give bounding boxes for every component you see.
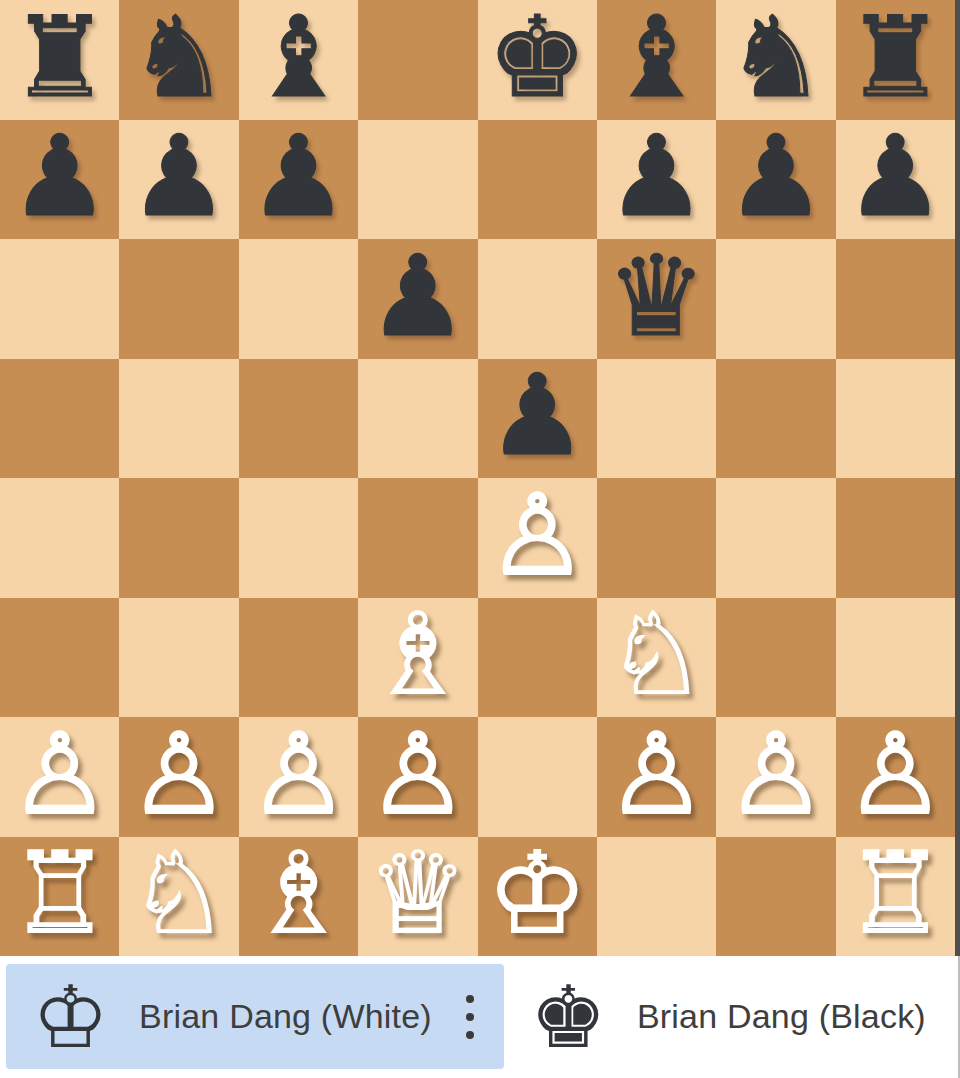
square-b3[interactable] [119, 598, 238, 718]
square-a2[interactable]: ♙ [0, 717, 119, 837]
square-c2[interactable]: ♙ [239, 717, 358, 837]
square-h6[interactable] [836, 239, 955, 359]
piece-white-bishop[interactable]: ♗ [248, 837, 348, 949]
square-b7[interactable]: ♟ [119, 120, 238, 240]
square-g1[interactable] [716, 837, 835, 957]
player-white-menu-button[interactable] [462, 989, 478, 1045]
chess-board: ♜♞♝♚♝♞♜♟♟♟♟♟♟♟♛♟♙♗♘♙♙♙♙♙♙♙♖♘♗♕♔♖ [0, 0, 955, 956]
piece-black-pawn[interactable]: ♟ [487, 359, 587, 471]
square-a8[interactable]: ♜ [0, 0, 119, 120]
square-d4[interactable] [358, 478, 477, 598]
piece-white-pawn[interactable]: ♙ [487, 479, 587, 591]
piece-black-pawn[interactable]: ♟ [845, 120, 945, 232]
piece-black-pawn[interactable]: ♟ [248, 120, 348, 232]
piece-white-king[interactable]: ♔ [487, 837, 587, 949]
square-h4[interactable] [836, 478, 955, 598]
piece-white-queen[interactable]: ♕ [368, 837, 468, 949]
piece-black-bishop[interactable]: ♝ [248, 1, 348, 113]
chess-app: ♜♞♝♚♝♞♜♟♟♟♟♟♟♟♛♟♙♗♘♙♙♙♙♙♙♙♖♘♗♕♔♖ ♔ Brian… [0, 0, 960, 1078]
square-b4[interactable] [119, 478, 238, 598]
player-name-black: Brian Dang (Black) [637, 997, 926, 1036]
square-h8[interactable]: ♜ [836, 0, 955, 120]
square-g4[interactable] [716, 478, 835, 598]
square-e4[interactable]: ♙ [478, 478, 597, 598]
square-c3[interactable] [239, 598, 358, 718]
square-g6[interactable] [716, 239, 835, 359]
player-card-white: ♔ Brian Dang (White) [6, 964, 504, 1069]
piece-white-knight[interactable]: ♘ [606, 598, 706, 710]
square-b5[interactable] [119, 359, 238, 479]
square-a4[interactable] [0, 478, 119, 598]
square-g5[interactable] [716, 359, 835, 479]
square-b2[interactable]: ♙ [119, 717, 238, 837]
piece-white-pawn[interactable]: ♙ [368, 718, 468, 830]
square-f8[interactable]: ♝ [597, 0, 716, 120]
piece-black-queen[interactable]: ♛ [606, 240, 706, 352]
board-area: ♜♞♝♚♝♞♜♟♟♟♟♟♟♟♛♟♙♗♘♙♙♙♙♙♙♙♖♘♗♕♔♖ [0, 0, 960, 956]
square-a6[interactable] [0, 239, 119, 359]
square-f2[interactable]: ♙ [597, 717, 716, 837]
square-b6[interactable] [119, 239, 238, 359]
square-f1[interactable] [597, 837, 716, 957]
piece-black-pawn[interactable]: ♟ [129, 120, 229, 232]
player-black-menu-button[interactable] [956, 989, 960, 1045]
square-f5[interactable] [597, 359, 716, 479]
square-g8[interactable]: ♞ [716, 0, 835, 120]
square-d8[interactable] [358, 0, 477, 120]
piece-black-knight[interactable]: ♞ [726, 1, 826, 113]
player-card-black: ♚ Brian Dang (Black) [504, 964, 960, 1069]
piece-white-pawn[interactable]: ♙ [248, 718, 348, 830]
square-h7[interactable]: ♟ [836, 120, 955, 240]
kebab-menu-icon [466, 1031, 474, 1039]
piece-white-pawn[interactable]: ♙ [9, 718, 109, 830]
square-e2[interactable] [478, 717, 597, 837]
square-d5[interactable] [358, 359, 477, 479]
square-b8[interactable]: ♞ [119, 0, 238, 120]
square-e8[interactable]: ♚ [478, 0, 597, 120]
square-f4[interactable] [597, 478, 716, 598]
square-h3[interactable] [836, 598, 955, 718]
square-c4[interactable] [239, 478, 358, 598]
piece-black-king[interactable]: ♚ [487, 1, 587, 113]
piece-white-pawn[interactable]: ♙ [726, 718, 826, 830]
square-h5[interactable] [836, 359, 955, 479]
square-c8[interactable]: ♝ [239, 0, 358, 120]
piece-white-knight[interactable]: ♘ [129, 837, 229, 949]
square-c7[interactable]: ♟ [239, 120, 358, 240]
square-f6[interactable]: ♛ [597, 239, 716, 359]
square-h1[interactable]: ♖ [836, 837, 955, 957]
piece-white-bishop[interactable]: ♗ [368, 598, 468, 710]
square-c1[interactable]: ♗ [239, 837, 358, 957]
piece-black-pawn[interactable]: ♟ [726, 120, 826, 232]
square-c5[interactable] [239, 359, 358, 479]
square-e7[interactable] [478, 120, 597, 240]
kebab-menu-icon [466, 1013, 474, 1021]
square-g2[interactable]: ♙ [716, 717, 835, 837]
player-name-white: Brian Dang (White) [139, 997, 432, 1036]
square-f7[interactable]: ♟ [597, 120, 716, 240]
piece-black-bishop[interactable]: ♝ [606, 1, 706, 113]
piece-white-pawn[interactable]: ♙ [606, 718, 706, 830]
piece-white-rook[interactable]: ♖ [845, 837, 945, 949]
square-c6[interactable] [239, 239, 358, 359]
piece-black-rook[interactable]: ♜ [9, 1, 109, 113]
square-b1[interactable]: ♘ [119, 837, 238, 957]
square-d3[interactable]: ♗ [358, 598, 477, 718]
piece-black-pawn[interactable]: ♟ [9, 120, 109, 232]
square-e1[interactable]: ♔ [478, 837, 597, 957]
piece-white-pawn[interactable]: ♙ [845, 718, 945, 830]
square-h2[interactable]: ♙ [836, 717, 955, 837]
square-e5[interactable]: ♟ [478, 359, 597, 479]
square-d7[interactable] [358, 120, 477, 240]
square-a7[interactable]: ♟ [0, 120, 119, 240]
kebab-menu-icon [466, 995, 474, 1003]
square-e6[interactable] [478, 239, 597, 359]
square-d1[interactable]: ♕ [358, 837, 477, 957]
piece-black-pawn[interactable]: ♟ [606, 120, 706, 232]
piece-white-pawn[interactable]: ♙ [129, 718, 229, 830]
square-g3[interactable] [716, 598, 835, 718]
square-a1[interactable]: ♖ [0, 837, 119, 957]
square-e3[interactable] [478, 598, 597, 718]
square-g7[interactable]: ♟ [716, 120, 835, 240]
piece-black-knight[interactable]: ♞ [129, 1, 229, 113]
square-d2[interactable]: ♙ [358, 717, 477, 837]
square-a5[interactable] [0, 359, 119, 479]
piece-black-pawn[interactable]: ♟ [368, 240, 468, 352]
piece-white-rook[interactable]: ♖ [9, 837, 109, 949]
square-a3[interactable] [0, 598, 119, 718]
piece-black-rook[interactable]: ♜ [845, 1, 945, 113]
square-d6[interactable]: ♟ [358, 239, 477, 359]
players-bar: ♔ Brian Dang (White) ♚ Brian Dang (Black… [0, 956, 960, 1078]
square-f3[interactable]: ♘ [597, 598, 716, 718]
